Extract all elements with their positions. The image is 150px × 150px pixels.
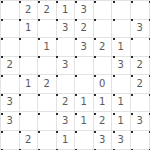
cell-r6c8[interactable] [131,94,150,113]
cell-r5c2-clue-1[interactable]: 1 [20,75,39,94]
cell-r6c2[interactable] [20,94,39,113]
cell-r1c7[interactable] [112,1,131,20]
vertex-dot [113,149,115,150]
cell-r2c2-clue-1[interactable]: 1 [20,20,39,39]
cell-r3c3-clue-1[interactable]: 1 [38,38,57,57]
cell-r2c4-clue-3[interactable]: 3 [57,20,76,39]
cell-r1c6[interactable] [94,1,113,20]
cell-r4c5[interactable] [75,57,94,76]
cell-r6c3[interactable] [38,94,57,113]
cell-r3c4[interactable] [57,38,76,57]
vertex-dot [149,19,150,21]
cell-r4c7-clue-3[interactable]: 3 [112,57,131,76]
cell-r6c6-clue-1[interactable]: 1 [94,94,113,113]
cell-r5c3-clue-2[interactable]: 2 [38,75,57,94]
cell-r7c5-clue-1[interactable]: 1 [75,112,94,131]
cell-r6c5-clue-1[interactable]: 1 [75,94,94,113]
vertex-dot [149,56,150,58]
cell-r7c1-clue-3[interactable]: 3 [1,112,20,131]
vertex-dot [38,149,40,150]
cell-r3c2[interactable] [20,38,39,57]
cell-r7c7-clue-1[interactable]: 1 [112,112,131,131]
cell-r2c8-clue-3[interactable]: 3 [131,20,150,39]
cell-r7c2[interactable] [20,112,39,131]
cell-r5c8-clue-2[interactable]: 2 [131,75,150,94]
vertex-dot [1,149,3,150]
cell-r1c3-clue-2[interactable]: 2 [38,1,57,20]
cell-r4c1-clue-2[interactable]: 2 [1,57,20,76]
cell-r2c5-clue-2[interactable]: 2 [75,20,94,39]
vertex-dot [149,75,150,77]
cell-r6c4-clue-2[interactable]: 2 [57,94,76,113]
cell-r8c7-clue-3[interactable]: 3 [112,131,131,150]
cell-r8c2-clue-2[interactable]: 2 [20,131,39,150]
vertex-dot [149,131,150,133]
cell-r2c6[interactable] [94,20,113,39]
cell-r7c4-clue-3[interactable]: 3 [57,112,76,131]
cell-r3c8[interactable] [131,38,150,57]
cell-r3c5-clue-3[interactable]: 3 [75,38,94,57]
cell-r7c3[interactable] [38,112,57,131]
cell-r3c1[interactable] [1,38,20,57]
vertex-dot [56,149,58,150]
vertex-dot [149,94,150,96]
cell-r5c4[interactable] [57,75,76,94]
cell-r8c4-clue-1[interactable]: 1 [57,131,76,150]
vertex-dot [19,149,21,150]
cell-r4c6[interactable] [94,57,113,76]
cell-r8c6-clue-3[interactable]: 3 [94,131,113,150]
cell-r8c5[interactable] [75,131,94,150]
cell-r1c5-clue-3[interactable]: 3 [75,1,94,20]
cell-r4c3[interactable] [38,57,57,76]
cell-r4c8-clue-2[interactable]: 2 [131,57,150,76]
vertex-dot [149,38,150,40]
cell-r6c1-clue-3[interactable]: 3 [1,94,20,113]
cell-r1c1[interactable] [1,1,20,20]
cell-r5c1[interactable] [1,75,20,94]
cell-r4c4-clue-3[interactable]: 3 [57,57,76,76]
cell-r2c1[interactable] [1,20,20,39]
cell-r8c8[interactable] [131,131,150,150]
cell-r8c1[interactable] [1,131,20,150]
cell-r1c2-clue-2[interactable]: 2 [20,1,39,20]
cell-r8c3[interactable] [38,131,57,150]
vertex-dot [94,149,96,150]
cell-r7c8-clue-3[interactable]: 3 [131,112,150,131]
cell-r1c4-clue-1[interactable]: 1 [57,1,76,20]
slitherlink-board: 22131323132123321202321113312132133 [0,0,150,150]
cell-r1c8[interactable] [131,1,150,20]
cell-r6c7-clue-1[interactable]: 1 [112,94,131,113]
vertex-dot [149,1,150,3]
vertex-dot [131,149,133,150]
cell-r2c3[interactable] [38,20,57,39]
cell-r7c6-clue-2[interactable]: 2 [94,112,113,131]
cell-r5c7[interactable] [112,75,131,94]
cell-r2c7[interactable] [112,20,131,39]
vertex-dot [149,149,150,150]
vertex-dot [75,149,77,150]
cell-r3c7-clue-1[interactable]: 1 [112,38,131,57]
cell-r4c2[interactable] [20,57,39,76]
vertex-dot [149,113,150,115]
cell-r3c6-clue-2[interactable]: 2 [94,38,113,57]
cell-r5c6-clue-0[interactable]: 0 [94,75,113,94]
cell-r5c5[interactable] [75,75,94,94]
